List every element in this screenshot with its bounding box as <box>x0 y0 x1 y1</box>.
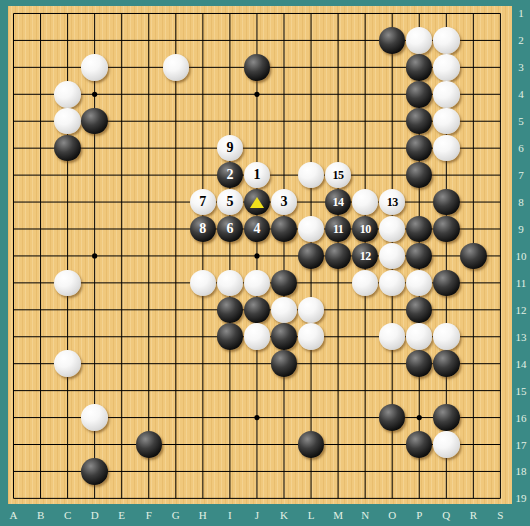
stone-Q5[interactable] <box>433 108 460 135</box>
move-number: 13 <box>387 196 398 208</box>
stone-C11[interactable] <box>54 270 81 297</box>
row-label-1: 1 <box>512 4 530 22</box>
col-label-B: B <box>31 504 51 526</box>
col-label-S: S <box>490 504 510 526</box>
stone-D16[interactable] <box>81 404 108 431</box>
stone-Q6[interactable] <box>433 135 460 162</box>
stone-K11[interactable] <box>271 270 298 297</box>
board-grid: 921157531413864111012 <box>0 0 514 512</box>
stone-H8[interactable]: 7 <box>190 189 217 216</box>
stone-P9[interactable] <box>406 216 433 243</box>
move-number: 8 <box>199 222 206 236</box>
stone-F17[interactable] <box>136 431 163 458</box>
move-number: 14 <box>333 196 344 208</box>
stone-L7[interactable] <box>298 162 325 189</box>
col-label-N: N <box>355 504 375 526</box>
stone-P4[interactable] <box>406 81 433 108</box>
stone-Q2[interactable] <box>433 27 460 54</box>
row-label-12: 12 <box>512 301 530 319</box>
stone-L12[interactable] <box>298 297 325 324</box>
stone-C5[interactable] <box>54 108 81 135</box>
row-label-9: 9 <box>512 220 530 238</box>
stone-P3[interactable] <box>406 54 433 81</box>
stone-N10[interactable]: 12 <box>352 243 379 270</box>
stone-N8[interactable] <box>352 189 379 216</box>
stone-O9[interactable] <box>379 216 406 243</box>
row-label-18: 18 <box>512 462 530 480</box>
col-label-M: M <box>328 504 348 526</box>
go-diagram: 921157531413864111012 ABCDEFGHIJKLMNOPQR… <box>0 0 530 526</box>
col-label-H: H <box>193 504 213 526</box>
stone-K9[interactable] <box>271 216 298 243</box>
stone-M10[interactable] <box>325 243 352 270</box>
row-label-14: 14 <box>512 355 530 373</box>
move-number: 15 <box>333 169 344 181</box>
stone-K14[interactable] <box>271 350 298 377</box>
col-label-I: I <box>220 504 240 526</box>
row-label-5: 5 <box>512 112 530 130</box>
stone-P6[interactable] <box>406 135 433 162</box>
stone-C4[interactable] <box>54 81 81 108</box>
col-label-Q: Q <box>436 504 456 526</box>
stone-D5[interactable] <box>81 108 108 135</box>
col-label-O: O <box>382 504 402 526</box>
stone-I7[interactable]: 2 <box>217 162 244 189</box>
move-number: 6 <box>226 222 233 236</box>
row-label-8: 8 <box>512 193 530 211</box>
stone-L9[interactable] <box>298 216 325 243</box>
col-label-E: E <box>112 504 132 526</box>
stone-N11[interactable] <box>352 270 379 297</box>
stone-C14[interactable] <box>54 350 81 377</box>
stone-Q13[interactable] <box>433 323 460 350</box>
stone-H11[interactable] <box>190 270 217 297</box>
stone-R10[interactable] <box>460 243 487 270</box>
stone-O16[interactable] <box>379 404 406 431</box>
stone-J7[interactable]: 1 <box>244 162 271 189</box>
stone-O11[interactable] <box>379 270 406 297</box>
col-label-C: C <box>58 504 78 526</box>
stone-L13[interactable] <box>298 323 325 350</box>
stone-K8[interactable]: 3 <box>271 189 298 216</box>
row-label-13: 13 <box>512 328 530 346</box>
row-label-7: 7 <box>512 166 530 184</box>
row-label-19: 19 <box>512 489 530 507</box>
col-label-K: K <box>274 504 294 526</box>
stone-P17[interactable] <box>406 431 433 458</box>
stone-C6[interactable] <box>54 135 81 162</box>
col-label-D: D <box>85 504 105 526</box>
stone-J13[interactable] <box>244 323 271 350</box>
stone-K12[interactable] <box>271 297 298 324</box>
move-number: 12 <box>360 250 371 262</box>
row-label-3: 3 <box>512 58 530 76</box>
col-label-P: P <box>409 504 429 526</box>
move-number: 4 <box>253 222 260 236</box>
row-label-6: 6 <box>512 139 530 157</box>
col-label-F: F <box>139 504 159 526</box>
stone-M7[interactable]: 15 <box>325 162 352 189</box>
move-number: 2 <box>226 168 233 182</box>
stone-L10[interactable] <box>298 243 325 270</box>
stone-M9[interactable]: 11 <box>325 216 352 243</box>
row-label-11: 11 <box>512 274 530 292</box>
stone-P7[interactable] <box>406 162 433 189</box>
stone-J8[interactable] <box>244 189 271 216</box>
col-label-G: G <box>166 504 186 526</box>
col-label-L: L <box>301 504 321 526</box>
col-label-R: R <box>463 504 483 526</box>
stone-J9[interactable]: 4 <box>244 216 271 243</box>
stone-J3[interactable] <box>244 54 271 81</box>
move-number: 10 <box>360 223 371 235</box>
row-label-4: 4 <box>512 85 530 103</box>
stone-P2[interactable] <box>406 27 433 54</box>
stone-P11[interactable] <box>406 270 433 297</box>
stone-I11[interactable] <box>217 270 244 297</box>
stone-P5[interactable] <box>406 108 433 135</box>
stone-I12[interactable] <box>217 297 244 324</box>
col-label-A: A <box>4 504 24 526</box>
stone-O10[interactable] <box>379 243 406 270</box>
col-label-J: J <box>247 504 267 526</box>
stone-O2[interactable] <box>379 27 406 54</box>
stone-D18[interactable] <box>81 458 108 485</box>
move-number: 3 <box>280 195 287 209</box>
stone-Q17[interactable] <box>433 431 460 458</box>
stone-H9[interactable]: 8 <box>190 216 217 243</box>
row-label-17: 17 <box>512 436 530 454</box>
stone-J12[interactable] <box>244 297 271 324</box>
row-label-10: 10 <box>512 247 530 265</box>
stone-O13[interactable] <box>379 323 406 350</box>
stone-I13[interactable] <box>217 323 244 350</box>
stone-Q11[interactable] <box>433 270 460 297</box>
stone-I6[interactable]: 9 <box>217 135 244 162</box>
stone-L17[interactable] <box>298 431 325 458</box>
stone-O8[interactable]: 13 <box>379 189 406 216</box>
stone-Q14[interactable] <box>433 350 460 377</box>
stone-P14[interactable] <box>406 350 433 377</box>
stone-G3[interactable] <box>163 54 190 81</box>
stone-P10[interactable] <box>406 243 433 270</box>
stone-P13[interactable] <box>406 323 433 350</box>
move-number: 5 <box>226 195 233 209</box>
stone-N9[interactable]: 10 <box>352 216 379 243</box>
stone-Q16[interactable] <box>433 404 460 431</box>
move-number: 7 <box>199 195 206 209</box>
row-label-2: 2 <box>512 31 530 49</box>
row-label-15: 15 <box>512 382 530 400</box>
row-label-16: 16 <box>512 409 530 427</box>
stone-I9[interactable]: 6 <box>217 216 244 243</box>
move-number: 1 <box>253 168 260 182</box>
move-number: 11 <box>333 223 343 235</box>
stone-P12[interactable] <box>406 297 433 324</box>
triangle-marker-icon <box>250 197 264 208</box>
stone-M8[interactable]: 14 <box>325 189 352 216</box>
stone-Q4[interactable] <box>433 81 460 108</box>
move-number: 9 <box>226 141 233 155</box>
stone-J11[interactable] <box>244 270 271 297</box>
stone-D3[interactable] <box>81 54 108 81</box>
stone-Q3[interactable] <box>433 54 460 81</box>
stone-I8[interactable]: 5 <box>217 189 244 216</box>
stone-K13[interactable] <box>271 323 298 350</box>
stone-Q9[interactable] <box>433 216 460 243</box>
stone-Q8[interactable] <box>433 189 460 216</box>
